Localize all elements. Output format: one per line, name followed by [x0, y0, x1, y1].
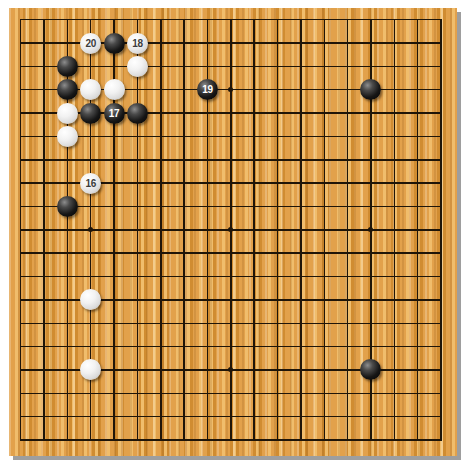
stone-black[interactable]	[360, 79, 381, 100]
star-point	[219, 358, 242, 381]
star-point	[219, 218, 242, 241]
move-number-label: 20	[85, 38, 96, 49]
board-intersection	[56, 125, 79, 148]
move-number-label: 17	[109, 108, 120, 119]
stone-white[interactable]: 18	[127, 33, 148, 54]
stone-black[interactable]	[57, 56, 78, 77]
board-intersection	[56, 78, 79, 101]
stone-black[interactable]	[104, 33, 125, 54]
star-point	[359, 218, 382, 241]
stone-black[interactable]	[127, 103, 148, 124]
star-point	[79, 218, 102, 241]
stone-white[interactable]	[57, 103, 78, 124]
star-point	[219, 78, 242, 101]
star-point-dot	[228, 87, 233, 92]
board-intersection	[79, 78, 102, 101]
board-intersection	[359, 358, 382, 381]
board-intersection	[79, 101, 102, 124]
board-intersection: 18	[126, 31, 149, 54]
stone-black[interactable]	[360, 359, 381, 380]
stone-black[interactable]	[80, 103, 101, 124]
board-intersection: 20	[79, 31, 102, 54]
stone-black[interactable]: 17	[104, 103, 125, 124]
move-number-label: 19	[202, 84, 213, 95]
go-board-grid: 2018191716	[9, 8, 453, 452]
board-intersection	[56, 195, 79, 218]
board-intersection	[102, 31, 125, 54]
stone-white[interactable]	[80, 289, 101, 310]
board-intersection: 19	[196, 78, 219, 101]
star-point-dot	[368, 227, 373, 232]
board-intersection	[79, 288, 102, 311]
stone-white[interactable]: 20	[80, 33, 101, 54]
board-intersection	[56, 101, 79, 124]
board-intersection	[102, 78, 125, 101]
star-point-dot	[228, 227, 233, 232]
board-intersection	[126, 55, 149, 78]
stone-white[interactable]	[127, 56, 148, 77]
stone-black[interactable]	[57, 196, 78, 217]
stone-black[interactable]: 19	[197, 79, 218, 100]
page: 2018191716	[0, 0, 465, 465]
star-point-dot	[228, 367, 233, 372]
board-intersection	[56, 55, 79, 78]
move-number-label: 18	[132, 38, 143, 49]
stone-white[interactable]: 16	[80, 173, 101, 194]
star-point-dot	[88, 227, 93, 232]
stone-black[interactable]	[57, 79, 78, 100]
stone-white[interactable]	[104, 79, 125, 100]
board-intersection: 17	[102, 101, 125, 124]
board-intersection: 16	[79, 171, 102, 194]
board-intersection	[126, 101, 149, 124]
board-intersection	[79, 358, 102, 381]
stone-white[interactable]	[80, 79, 101, 100]
board-intersection	[359, 78, 382, 101]
go-board[interactable]: 2018191716	[9, 8, 457, 456]
move-number-label: 16	[85, 178, 96, 189]
stone-white[interactable]	[57, 126, 78, 147]
stone-white[interactable]	[80, 359, 101, 380]
